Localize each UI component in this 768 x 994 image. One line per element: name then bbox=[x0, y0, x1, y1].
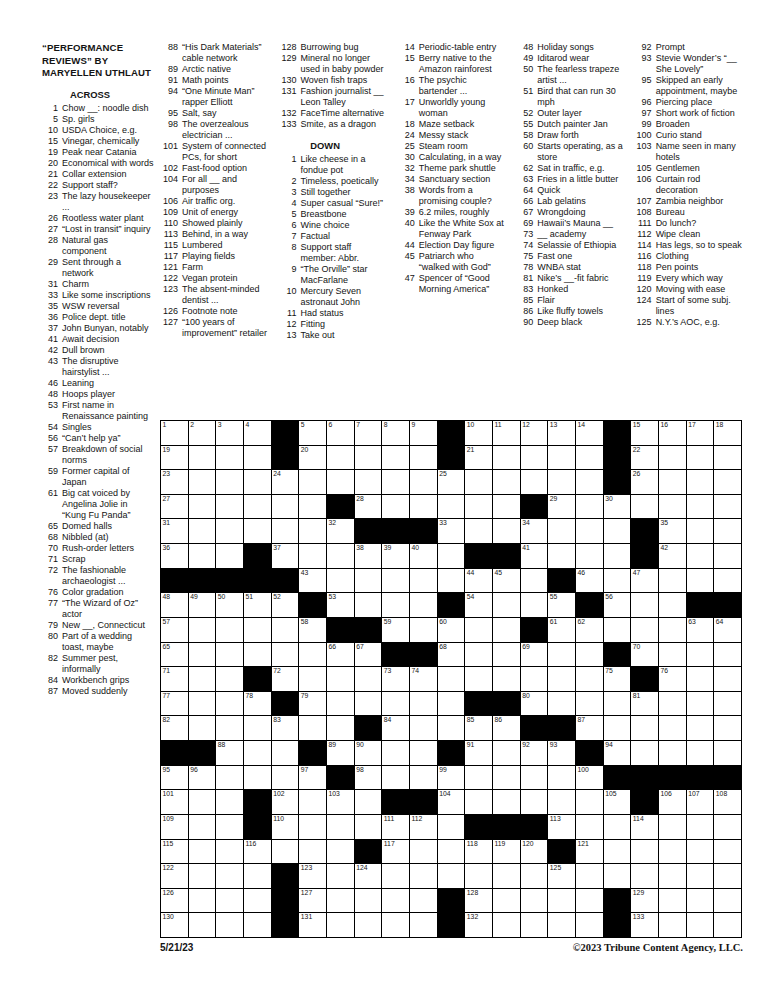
grid-cell[interactable] bbox=[299, 544, 326, 568]
grid-cell[interactable] bbox=[189, 495, 216, 519]
grid-cell[interactable]: 40 bbox=[410, 544, 437, 568]
grid-cell[interactable] bbox=[355, 667, 382, 691]
grid-cell[interactable]: 133 bbox=[631, 913, 658, 937]
grid-cell[interactable] bbox=[493, 790, 520, 814]
grid-cell[interactable] bbox=[327, 544, 354, 568]
grid-cell[interactable] bbox=[548, 790, 575, 814]
grid-cell[interactable] bbox=[299, 643, 326, 667]
grid-cell[interactable] bbox=[216, 913, 243, 937]
grid-cell[interactable] bbox=[382, 495, 409, 519]
grid-cell[interactable]: 11 bbox=[493, 421, 520, 445]
grid-cell[interactable] bbox=[687, 889, 714, 913]
grid-cell[interactable] bbox=[714, 643, 741, 667]
grid-cell[interactable]: 29 bbox=[548, 495, 575, 519]
grid-cell[interactable]: 22 bbox=[631, 446, 658, 470]
grid-cell[interactable] bbox=[548, 766, 575, 790]
grid-cell[interactable] bbox=[714, 519, 741, 543]
grid-cell[interactable] bbox=[410, 741, 437, 765]
grid-cell[interactable] bbox=[299, 815, 326, 839]
grid-cell[interactable]: 48 bbox=[161, 593, 188, 617]
grid-cell[interactable] bbox=[327, 913, 354, 937]
grid-cell[interactable] bbox=[493, 446, 520, 470]
grid-cell[interactable] bbox=[493, 864, 520, 888]
grid-cell[interactable]: 67 bbox=[355, 643, 382, 667]
grid-cell[interactable] bbox=[659, 741, 686, 765]
grid-cell[interactable]: 92 bbox=[521, 741, 548, 765]
grid-cell[interactable]: 44 bbox=[465, 569, 492, 593]
grid-cell[interactable]: 70 bbox=[631, 643, 658, 667]
grid-cell[interactable] bbox=[244, 643, 271, 667]
grid-cell[interactable] bbox=[659, 864, 686, 888]
grid-cell[interactable]: 131 bbox=[299, 913, 326, 937]
grid-cell[interactable]: 79 bbox=[299, 692, 326, 716]
grid-cell[interactable] bbox=[631, 864, 658, 888]
grid-cell[interactable] bbox=[216, 766, 243, 790]
grid-cell[interactable]: 102 bbox=[272, 790, 299, 814]
grid-cell[interactable] bbox=[244, 446, 271, 470]
grid-cell[interactable] bbox=[438, 692, 465, 716]
grid-cell[interactable] bbox=[216, 790, 243, 814]
grid-cell[interactable]: 85 bbox=[465, 716, 492, 740]
grid-cell[interactable]: 42 bbox=[659, 544, 686, 568]
grid-cell[interactable] bbox=[382, 864, 409, 888]
grid-cell[interactable] bbox=[382, 741, 409, 765]
grid-cell[interactable] bbox=[272, 495, 299, 519]
grid-cell[interactable] bbox=[521, 446, 548, 470]
grid-cell[interactable]: 45 bbox=[493, 569, 520, 593]
grid-cell[interactable] bbox=[216, 889, 243, 913]
grid-cell[interactable]: 113 bbox=[548, 815, 575, 839]
grid-cell[interactable]: 21 bbox=[465, 446, 492, 470]
grid-cell[interactable]: 18 bbox=[714, 421, 741, 445]
grid-cell[interactable] bbox=[576, 667, 603, 691]
grid-cell[interactable]: 122 bbox=[161, 864, 188, 888]
grid-cell[interactable] bbox=[189, 913, 216, 937]
grid-cell[interactable] bbox=[244, 913, 271, 937]
grid-cell[interactable] bbox=[299, 840, 326, 864]
grid-cell[interactable] bbox=[465, 766, 492, 790]
grid-cell[interactable] bbox=[714, 544, 741, 568]
grid-cell[interactable] bbox=[438, 495, 465, 519]
grid-cell[interactable] bbox=[244, 889, 271, 913]
grid-cell[interactable]: 71 bbox=[161, 667, 188, 691]
grid-cell[interactable]: 120 bbox=[521, 840, 548, 864]
grid-cell[interactable]: 28 bbox=[355, 495, 382, 519]
grid-cell[interactable]: 1 bbox=[161, 421, 188, 445]
grid-cell[interactable] bbox=[631, 741, 658, 765]
grid-cell[interactable] bbox=[299, 790, 326, 814]
grid-cell[interactable]: 86 bbox=[493, 716, 520, 740]
grid-cell[interactable]: 129 bbox=[631, 889, 658, 913]
grid-cell[interactable] bbox=[410, 470, 437, 494]
grid-cell[interactable]: 118 bbox=[465, 840, 492, 864]
grid-cell[interactable]: 114 bbox=[631, 815, 658, 839]
grid-cell[interactable]: 2 bbox=[189, 421, 216, 445]
grid-cell[interactable]: 52 bbox=[272, 593, 299, 617]
grid-cell[interactable] bbox=[659, 889, 686, 913]
grid-cell[interactable]: 53 bbox=[327, 593, 354, 617]
grid-cell[interactable] bbox=[521, 864, 548, 888]
grid-cell[interactable]: 27 bbox=[161, 495, 188, 519]
grid-cell[interactable] bbox=[355, 815, 382, 839]
grid-cell[interactable] bbox=[604, 840, 631, 864]
grid-cell[interactable] bbox=[604, 569, 631, 593]
grid-cell[interactable]: 20 bbox=[299, 446, 326, 470]
grid-cell[interactable]: 77 bbox=[161, 692, 188, 716]
grid-cell[interactable]: 3 bbox=[216, 421, 243, 445]
grid-cell[interactable]: 90 bbox=[355, 741, 382, 765]
grid-cell[interactable]: 19 bbox=[161, 446, 188, 470]
grid-cell[interactable]: 62 bbox=[576, 618, 603, 642]
grid-cell[interactable] bbox=[576, 495, 603, 519]
grid-cell[interactable]: 124 bbox=[355, 864, 382, 888]
grid-cell[interactable] bbox=[521, 766, 548, 790]
grid-cell[interactable] bbox=[216, 544, 243, 568]
grid-cell[interactable]: 127 bbox=[299, 889, 326, 913]
grid-cell[interactable]: 121 bbox=[576, 840, 603, 864]
grid-cell[interactable] bbox=[216, 519, 243, 543]
grid-cell[interactable]: 47 bbox=[631, 569, 658, 593]
grid-cell[interactable] bbox=[576, 889, 603, 913]
grid-cell[interactable]: 34 bbox=[521, 519, 548, 543]
grid-cell[interactable] bbox=[493, 618, 520, 642]
grid-cell[interactable] bbox=[576, 519, 603, 543]
grid-cell[interactable] bbox=[687, 692, 714, 716]
grid-cell[interactable] bbox=[438, 840, 465, 864]
grid-cell[interactable]: 130 bbox=[161, 913, 188, 937]
grid-cell[interactable] bbox=[465, 618, 492, 642]
grid-cell[interactable] bbox=[327, 716, 354, 740]
grid-cell[interactable] bbox=[465, 643, 492, 667]
grid-cell[interactable] bbox=[189, 667, 216, 691]
grid-cell[interactable] bbox=[189, 692, 216, 716]
grid-cell[interactable]: 101 bbox=[161, 790, 188, 814]
grid-cell[interactable]: 5 bbox=[299, 421, 326, 445]
grid-cell[interactable] bbox=[714, 667, 741, 691]
grid-cell[interactable]: 95 bbox=[161, 766, 188, 790]
grid-cell[interactable] bbox=[604, 815, 631, 839]
grid-cell[interactable] bbox=[521, 790, 548, 814]
grid-cell[interactable] bbox=[189, 618, 216, 642]
grid-cell[interactable] bbox=[299, 519, 326, 543]
grid-cell[interactable] bbox=[438, 569, 465, 593]
grid-cell[interactable]: 82 bbox=[161, 716, 188, 740]
grid-cell[interactable] bbox=[493, 495, 520, 519]
grid-cell[interactable]: 99 bbox=[438, 766, 465, 790]
grid-cell[interactable] bbox=[355, 790, 382, 814]
grid-cell[interactable]: 55 bbox=[548, 593, 575, 617]
grid-cell[interactable]: 87 bbox=[576, 716, 603, 740]
grid-cell[interactable] bbox=[244, 766, 271, 790]
grid-cell[interactable] bbox=[687, 741, 714, 765]
grid-cell[interactable] bbox=[521, 470, 548, 494]
grid-cell[interactable]: 105 bbox=[604, 790, 631, 814]
grid-cell[interactable] bbox=[659, 716, 686, 740]
grid-cell[interactable]: 128 bbox=[465, 889, 492, 913]
grid-cell[interactable]: 80 bbox=[521, 692, 548, 716]
grid-cell[interactable]: 112 bbox=[410, 815, 437, 839]
grid-cell[interactable]: 50 bbox=[216, 593, 243, 617]
grid-cell[interactable] bbox=[327, 446, 354, 470]
grid-cell[interactable]: 16 bbox=[659, 421, 686, 445]
grid-cell[interactable] bbox=[410, 569, 437, 593]
grid-cell[interactable] bbox=[548, 889, 575, 913]
grid-cell[interactable] bbox=[410, 446, 437, 470]
grid-cell[interactable] bbox=[327, 864, 354, 888]
grid-cell[interactable]: 68 bbox=[438, 643, 465, 667]
grid-cell[interactable]: 115 bbox=[161, 840, 188, 864]
grid-cell[interactable] bbox=[521, 593, 548, 617]
grid-cell[interactable] bbox=[410, 766, 437, 790]
grid-cell[interactable] bbox=[714, 495, 741, 519]
grid-cell[interactable] bbox=[659, 643, 686, 667]
grid-cell[interactable] bbox=[465, 519, 492, 543]
grid-cell[interactable]: 72 bbox=[272, 667, 299, 691]
grid-cell[interactable]: 39 bbox=[382, 544, 409, 568]
grid-cell[interactable]: 93 bbox=[548, 741, 575, 765]
grid-cell[interactable]: 60 bbox=[438, 618, 465, 642]
grid-cell[interactable] bbox=[189, 446, 216, 470]
grid-cell[interactable] bbox=[548, 544, 575, 568]
grid-cell[interactable] bbox=[576, 864, 603, 888]
grid-cell[interactable] bbox=[714, 913, 741, 937]
grid-cell[interactable]: 123 bbox=[299, 864, 326, 888]
grid-cell[interactable] bbox=[327, 889, 354, 913]
grid-cell[interactable] bbox=[216, 495, 243, 519]
grid-cell[interactable] bbox=[548, 643, 575, 667]
grid-cell[interactable] bbox=[189, 815, 216, 839]
grid-cell[interactable] bbox=[244, 618, 271, 642]
grid-cell[interactable] bbox=[493, 643, 520, 667]
grid-cell[interactable] bbox=[493, 766, 520, 790]
grid-cell[interactable] bbox=[410, 840, 437, 864]
grid-cell[interactable]: 37 bbox=[272, 544, 299, 568]
grid-cell[interactable]: 13 bbox=[548, 421, 575, 445]
grid-cell[interactable] bbox=[216, 692, 243, 716]
grid-cell[interactable]: 66 bbox=[327, 643, 354, 667]
grid-cell[interactable] bbox=[604, 544, 631, 568]
grid-cell[interactable] bbox=[216, 840, 243, 864]
grid-cell[interactable] bbox=[355, 569, 382, 593]
grid-cell[interactable]: 10 bbox=[465, 421, 492, 445]
grid-cell[interactable] bbox=[687, 643, 714, 667]
grid-cell[interactable] bbox=[604, 864, 631, 888]
grid-cell[interactable] bbox=[493, 741, 520, 765]
grid-cell[interactable] bbox=[714, 840, 741, 864]
grid-cell[interactable] bbox=[687, 667, 714, 691]
grid-cell[interactable] bbox=[272, 840, 299, 864]
grid-cell[interactable] bbox=[327, 569, 354, 593]
grid-cell[interactable] bbox=[410, 495, 437, 519]
grid-cell[interactable]: 84 bbox=[382, 716, 409, 740]
grid-cell[interactable]: 107 bbox=[687, 790, 714, 814]
grid-cell[interactable] bbox=[410, 692, 437, 716]
grid-cell[interactable] bbox=[216, 667, 243, 691]
grid-cell[interactable] bbox=[548, 470, 575, 494]
grid-cell[interactable]: 33 bbox=[438, 519, 465, 543]
grid-cell[interactable]: 81 bbox=[631, 692, 658, 716]
grid-cell[interactable]: 76 bbox=[659, 667, 686, 691]
grid-cell[interactable]: 57 bbox=[161, 618, 188, 642]
grid-cell[interactable] bbox=[216, 618, 243, 642]
grid-cell[interactable]: 132 bbox=[465, 913, 492, 937]
grid-cell[interactable] bbox=[604, 716, 631, 740]
grid-cell[interactable] bbox=[410, 889, 437, 913]
grid-cell[interactable] bbox=[687, 864, 714, 888]
grid-cell[interactable] bbox=[272, 741, 299, 765]
grid-cell[interactable] bbox=[659, 618, 686, 642]
grid-cell[interactable] bbox=[244, 741, 271, 765]
grid-cell[interactable] bbox=[189, 519, 216, 543]
grid-cell[interactable]: 46 bbox=[576, 569, 603, 593]
grid-cell[interactable] bbox=[493, 889, 520, 913]
grid-cell[interactable]: 74 bbox=[410, 667, 437, 691]
grid-cell[interactable]: 119 bbox=[493, 840, 520, 864]
grid-cell[interactable] bbox=[714, 692, 741, 716]
grid-cell[interactable] bbox=[216, 446, 243, 470]
grid-cell[interactable]: 117 bbox=[382, 840, 409, 864]
grid-cell[interactable]: 43 bbox=[299, 569, 326, 593]
grid-cell[interactable] bbox=[687, 446, 714, 470]
grid-cell[interactable] bbox=[244, 470, 271, 494]
grid-cell[interactable] bbox=[216, 815, 243, 839]
grid-cell[interactable]: 14 bbox=[576, 421, 603, 445]
grid-cell[interactable] bbox=[521, 889, 548, 913]
grid-cell[interactable]: 96 bbox=[189, 766, 216, 790]
grid-cell[interactable] bbox=[244, 495, 271, 519]
grid-cell[interactable]: 110 bbox=[272, 815, 299, 839]
grid-cell[interactable] bbox=[687, 519, 714, 543]
grid-cell[interactable]: 78 bbox=[244, 692, 271, 716]
grid-cell[interactable] bbox=[382, 692, 409, 716]
grid-cell[interactable] bbox=[714, 864, 741, 888]
grid-cell[interactable] bbox=[687, 716, 714, 740]
grid-cell[interactable] bbox=[382, 569, 409, 593]
grid-cell[interactable] bbox=[382, 889, 409, 913]
grid-cell[interactable] bbox=[493, 913, 520, 937]
grid-cell[interactable] bbox=[244, 716, 271, 740]
grid-cell[interactable] bbox=[521, 913, 548, 937]
grid-cell[interactable]: 4 bbox=[244, 421, 271, 445]
grid-cell[interactable]: 61 bbox=[548, 618, 575, 642]
grid-cell[interactable] bbox=[631, 495, 658, 519]
grid-cell[interactable] bbox=[327, 692, 354, 716]
grid-cell[interactable] bbox=[189, 544, 216, 568]
grid-cell[interactable] bbox=[465, 667, 492, 691]
grid-cell[interactable] bbox=[493, 519, 520, 543]
grid-cell[interactable]: 36 bbox=[161, 544, 188, 568]
grid-cell[interactable]: 69 bbox=[521, 643, 548, 667]
grid-cell[interactable]: 12 bbox=[521, 421, 548, 445]
grid-cell[interactable] bbox=[714, 470, 741, 494]
grid-cell[interactable] bbox=[299, 495, 326, 519]
grid-cell[interactable]: 98 bbox=[355, 766, 382, 790]
grid-cell[interactable] bbox=[382, 766, 409, 790]
grid-cell[interactable] bbox=[438, 815, 465, 839]
grid-cell[interactable]: 106 bbox=[659, 790, 686, 814]
grid-cell[interactable]: 26 bbox=[631, 470, 658, 494]
grid-cell[interactable] bbox=[299, 667, 326, 691]
grid-cell[interactable] bbox=[604, 618, 631, 642]
grid-cell[interactable] bbox=[493, 470, 520, 494]
grid-cell[interactable] bbox=[299, 716, 326, 740]
grid-cell[interactable]: 8 bbox=[382, 421, 409, 445]
grid-cell[interactable] bbox=[659, 495, 686, 519]
grid-cell[interactable] bbox=[382, 470, 409, 494]
grid-cell[interactable] bbox=[465, 790, 492, 814]
grid-cell[interactable]: 94 bbox=[604, 741, 631, 765]
grid-cell[interactable] bbox=[659, 840, 686, 864]
grid-cell[interactable] bbox=[687, 569, 714, 593]
grid-cell[interactable]: 59 bbox=[382, 618, 409, 642]
grid-cell[interactable] bbox=[244, 864, 271, 888]
grid-cell[interactable]: 97 bbox=[299, 766, 326, 790]
grid-cell[interactable] bbox=[714, 446, 741, 470]
grid-cell[interactable] bbox=[327, 470, 354, 494]
grid-cell[interactable] bbox=[410, 618, 437, 642]
grid-cell[interactable] bbox=[327, 667, 354, 691]
grid-cell[interactable]: 89 bbox=[327, 741, 354, 765]
grid-cell[interactable]: 24 bbox=[272, 470, 299, 494]
grid-cell[interactable] bbox=[189, 864, 216, 888]
grid-cell[interactable]: 64 bbox=[714, 618, 741, 642]
grid-cell[interactable] bbox=[189, 889, 216, 913]
grid-cell[interactable] bbox=[272, 766, 299, 790]
grid-cell[interactable] bbox=[659, 815, 686, 839]
grid-cell[interactable] bbox=[438, 864, 465, 888]
grid-cell[interactable] bbox=[355, 446, 382, 470]
grid-cell[interactable] bbox=[438, 716, 465, 740]
grid-cell[interactable]: 32 bbox=[327, 519, 354, 543]
grid-cell[interactable] bbox=[659, 569, 686, 593]
grid-cell[interactable] bbox=[382, 446, 409, 470]
grid-cell[interactable] bbox=[576, 643, 603, 667]
grid-cell[interactable] bbox=[327, 840, 354, 864]
grid-cell[interactable] bbox=[355, 889, 382, 913]
grid-cell[interactable] bbox=[659, 913, 686, 937]
grid-cell[interactable]: 65 bbox=[161, 643, 188, 667]
grid-cell[interactable] bbox=[438, 544, 465, 568]
grid-cell[interactable]: 31 bbox=[161, 519, 188, 543]
grid-cell[interactable] bbox=[659, 446, 686, 470]
grid-cell[interactable]: 23 bbox=[161, 470, 188, 494]
grid-cell[interactable] bbox=[714, 716, 741, 740]
grid-cell[interactable] bbox=[659, 692, 686, 716]
grid-cell[interactable] bbox=[410, 593, 437, 617]
grid-cell[interactable] bbox=[576, 913, 603, 937]
grid-cell[interactable] bbox=[355, 692, 382, 716]
grid-cell[interactable] bbox=[659, 593, 686, 617]
grid-cell[interactable] bbox=[272, 519, 299, 543]
grid-cell[interactable] bbox=[327, 815, 354, 839]
grid-cell[interactable] bbox=[576, 470, 603, 494]
grid-cell[interactable]: 73 bbox=[382, 667, 409, 691]
grid-cell[interactable] bbox=[189, 840, 216, 864]
grid-cell[interactable] bbox=[465, 470, 492, 494]
grid-cell[interactable]: 41 bbox=[521, 544, 548, 568]
grid-cell[interactable] bbox=[631, 840, 658, 864]
grid-cell[interactable] bbox=[631, 716, 658, 740]
grid-cell[interactable] bbox=[687, 495, 714, 519]
grid-cell[interactable] bbox=[272, 643, 299, 667]
grid-cell[interactable]: 51 bbox=[244, 593, 271, 617]
grid-cell[interactable] bbox=[465, 864, 492, 888]
grid-cell[interactable] bbox=[687, 840, 714, 864]
grid-cell[interactable] bbox=[631, 618, 658, 642]
grid-cell[interactable] bbox=[189, 643, 216, 667]
grid-cell[interactable]: 108 bbox=[714, 790, 741, 814]
grid-cell[interactable]: 56 bbox=[604, 593, 631, 617]
